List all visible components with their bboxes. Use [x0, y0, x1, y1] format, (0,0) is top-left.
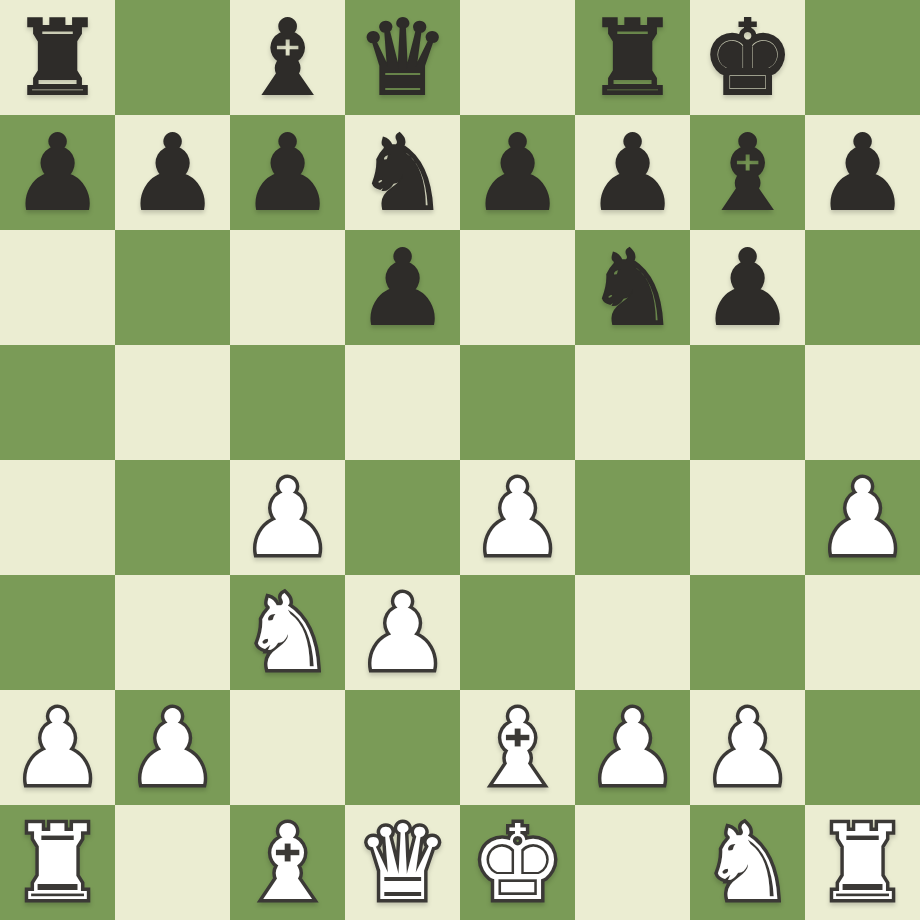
square-d5[interactable] — [345, 345, 460, 460]
square-b2[interactable]: ♟ — [115, 690, 230, 805]
square-e1[interactable]: ♚ — [460, 805, 575, 920]
square-g3[interactable] — [690, 575, 805, 690]
square-e5[interactable] — [460, 345, 575, 460]
square-b1[interactable] — [115, 805, 230, 920]
white-bishop[interactable]: ♝ — [241, 811, 334, 915]
white-pawn[interactable]: ♟ — [701, 696, 794, 800]
square-c1[interactable]: ♝ — [230, 805, 345, 920]
square-f2[interactable]: ♟ — [575, 690, 690, 805]
white-pawn[interactable]: ♟ — [356, 581, 449, 685]
white-bishop[interactable]: ♝ — [471, 696, 564, 800]
square-g1[interactable]: ♞ — [690, 805, 805, 920]
square-e4[interactable]: ♟ — [460, 460, 575, 575]
white-knight[interactable]: ♞ — [241, 581, 334, 685]
black-king[interactable]: ♚ — [701, 6, 794, 110]
black-rook[interactable]: ♜ — [586, 6, 679, 110]
white-knight[interactable]: ♞ — [701, 811, 794, 915]
square-d4[interactable] — [345, 460, 460, 575]
square-g8[interactable]: ♚ — [690, 0, 805, 115]
chess-board: ♜♝♛♜♚♟♟♟♞♟♟♝♟♟♞♟♟♟♟♞♟♟♟♝♟♟♜♝♛♚♞♜ — [0, 0, 920, 920]
square-f7[interactable]: ♟ — [575, 115, 690, 230]
square-h2[interactable] — [805, 690, 920, 805]
square-g2[interactable]: ♟ — [690, 690, 805, 805]
black-pawn[interactable]: ♟ — [11, 121, 104, 225]
square-a4[interactable] — [0, 460, 115, 575]
black-queen[interactable]: ♛ — [356, 6, 449, 110]
black-rook[interactable]: ♜ — [11, 6, 104, 110]
square-c3[interactable]: ♞ — [230, 575, 345, 690]
square-d1[interactable]: ♛ — [345, 805, 460, 920]
square-d2[interactable] — [345, 690, 460, 805]
white-rook[interactable]: ♜ — [816, 811, 909, 915]
square-h5[interactable] — [805, 345, 920, 460]
white-king[interactable]: ♚ — [471, 811, 564, 915]
square-d7[interactable]: ♞ — [345, 115, 460, 230]
square-b4[interactable] — [115, 460, 230, 575]
square-c2[interactable] — [230, 690, 345, 805]
square-g5[interactable] — [690, 345, 805, 460]
black-pawn[interactable]: ♟ — [471, 121, 564, 225]
square-c7[interactable]: ♟ — [230, 115, 345, 230]
square-f8[interactable]: ♜ — [575, 0, 690, 115]
square-e6[interactable] — [460, 230, 575, 345]
black-pawn[interactable]: ♟ — [816, 121, 909, 225]
square-d6[interactable]: ♟ — [345, 230, 460, 345]
square-h6[interactable] — [805, 230, 920, 345]
square-h1[interactable]: ♜ — [805, 805, 920, 920]
square-d8[interactable]: ♛ — [345, 0, 460, 115]
square-f6[interactable]: ♞ — [575, 230, 690, 345]
square-h7[interactable]: ♟ — [805, 115, 920, 230]
square-f5[interactable] — [575, 345, 690, 460]
black-bishop[interactable]: ♝ — [241, 6, 334, 110]
square-a2[interactable]: ♟ — [0, 690, 115, 805]
square-h4[interactable]: ♟ — [805, 460, 920, 575]
white-queen[interactable]: ♛ — [356, 811, 449, 915]
black-knight[interactable]: ♞ — [356, 121, 449, 225]
white-pawn[interactable]: ♟ — [11, 696, 104, 800]
square-e8[interactable] — [460, 0, 575, 115]
square-e2[interactable]: ♝ — [460, 690, 575, 805]
square-e7[interactable]: ♟ — [460, 115, 575, 230]
black-pawn[interactable]: ♟ — [126, 121, 219, 225]
white-pawn[interactable]: ♟ — [241, 466, 334, 570]
square-c5[interactable] — [230, 345, 345, 460]
square-b6[interactable] — [115, 230, 230, 345]
square-g6[interactable]: ♟ — [690, 230, 805, 345]
white-pawn[interactable]: ♟ — [126, 696, 219, 800]
white-pawn[interactable]: ♟ — [471, 466, 564, 570]
square-a5[interactable] — [0, 345, 115, 460]
square-c8[interactable]: ♝ — [230, 0, 345, 115]
square-b7[interactable]: ♟ — [115, 115, 230, 230]
square-g4[interactable] — [690, 460, 805, 575]
square-d3[interactable]: ♟ — [345, 575, 460, 690]
square-b3[interactable] — [115, 575, 230, 690]
white-rook[interactable]: ♜ — [11, 811, 104, 915]
square-b8[interactable] — [115, 0, 230, 115]
black-pawn[interactable]: ♟ — [356, 236, 449, 340]
white-pawn[interactable]: ♟ — [586, 696, 679, 800]
square-c6[interactable] — [230, 230, 345, 345]
square-f1[interactable] — [575, 805, 690, 920]
black-pawn[interactable]: ♟ — [586, 121, 679, 225]
square-a6[interactable] — [0, 230, 115, 345]
square-e3[interactable] — [460, 575, 575, 690]
square-h8[interactable] — [805, 0, 920, 115]
square-a8[interactable]: ♜ — [0, 0, 115, 115]
black-knight[interactable]: ♞ — [586, 236, 679, 340]
square-a7[interactable]: ♟ — [0, 115, 115, 230]
white-pawn[interactable]: ♟ — [816, 466, 909, 570]
square-f3[interactable] — [575, 575, 690, 690]
square-g7[interactable]: ♝ — [690, 115, 805, 230]
black-pawn[interactable]: ♟ — [241, 121, 334, 225]
square-f4[interactable] — [575, 460, 690, 575]
black-bishop[interactable]: ♝ — [701, 121, 794, 225]
square-a3[interactable] — [0, 575, 115, 690]
black-pawn[interactable]: ♟ — [701, 236, 794, 340]
square-a1[interactable]: ♜ — [0, 805, 115, 920]
square-c4[interactable]: ♟ — [230, 460, 345, 575]
square-b5[interactable] — [115, 345, 230, 460]
square-h3[interactable] — [805, 575, 920, 690]
